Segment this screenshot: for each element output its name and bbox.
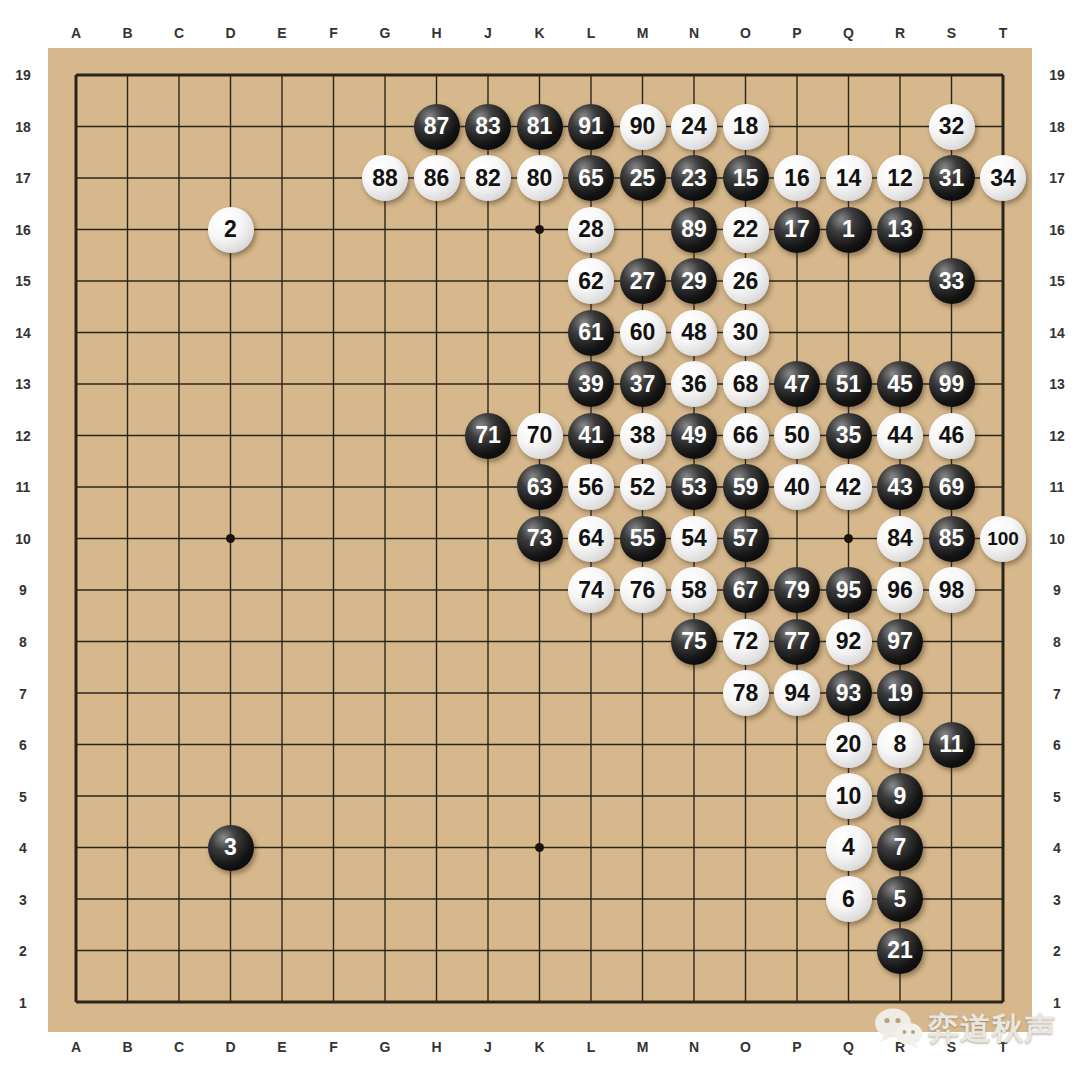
stone-N16-move-89[interactable]: 89 <box>671 207 717 253</box>
move-number: 89 <box>681 218 707 241</box>
move-number: 33 <box>939 270 965 293</box>
move-number: 57 <box>733 527 759 550</box>
col-label-J: J <box>462 1038 514 1056</box>
move-number: 18 <box>733 115 759 138</box>
move-number: 98 <box>939 579 965 602</box>
move-number: 31 <box>939 167 965 190</box>
stone-R10-move-84[interactable]: 84 <box>877 516 923 562</box>
stone-O9-move-67[interactable]: 67 <box>723 567 769 613</box>
stone-J12-move-71[interactable]: 71 <box>465 413 511 459</box>
stone-S18-move-32[interactable]: 32 <box>929 104 975 150</box>
move-number: 7 <box>894 836 907 859</box>
col-label-P: P <box>771 24 823 42</box>
stone-M14-move-60[interactable]: 60 <box>620 310 666 356</box>
col-label-R: R <box>874 24 926 42</box>
stone-R9-move-96[interactable]: 96 <box>877 567 923 613</box>
stone-M13-move-37[interactable]: 37 <box>620 361 666 407</box>
move-number: 15 <box>733 167 759 190</box>
stone-R16-move-13[interactable]: 13 <box>877 207 923 253</box>
move-number: 61 <box>578 321 604 344</box>
stone-R5-move-9[interactable]: 9 <box>877 773 923 819</box>
col-label-A: A <box>50 24 102 42</box>
move-number: 35 <box>836 424 862 447</box>
move-number: 42 <box>836 476 862 499</box>
row-label-9: 9 <box>1040 565 1074 617</box>
col-label-E: E <box>256 1038 308 1056</box>
move-number: 2 <box>224 218 237 241</box>
move-number: 81 <box>527 115 553 138</box>
move-number: 78 <box>733 682 759 705</box>
move-number: 27 <box>630 270 656 293</box>
stone-Q4-move-4[interactable]: 4 <box>826 825 872 871</box>
stone-M15-move-27[interactable]: 27 <box>620 258 666 304</box>
stone-M17-move-25[interactable]: 25 <box>620 155 666 201</box>
stone-K17-move-80[interactable]: 80 <box>517 155 563 201</box>
move-number: 54 <box>681 527 707 550</box>
stone-O13-move-68[interactable]: 68 <box>723 361 769 407</box>
move-number: 38 <box>630 424 656 447</box>
col-label-D: D <box>205 1038 257 1056</box>
row-label-10: 10 <box>6 513 40 565</box>
stone-Q7-move-93[interactable]: 93 <box>826 670 872 716</box>
move-number: 93 <box>836 682 862 705</box>
stone-S13-move-99[interactable]: 99 <box>929 361 975 407</box>
col-label-G: G <box>359 24 411 42</box>
row-label-10: 10 <box>1040 513 1074 565</box>
move-number: 14 <box>836 167 862 190</box>
stone-N13-move-36[interactable]: 36 <box>671 361 717 407</box>
row-label-11: 11 <box>6 462 40 514</box>
col-label-B: B <box>102 24 154 42</box>
stone-S6-move-11[interactable]: 11 <box>929 722 975 768</box>
move-number: 50 <box>784 424 810 447</box>
move-number: 67 <box>733 579 759 602</box>
col-label-O: O <box>720 1038 772 1056</box>
row-labels-left: 19181716151413121110987654321 <box>6 49 40 1028</box>
col-label-B: B <box>102 1038 154 1056</box>
stone-P12-move-50[interactable]: 50 <box>774 413 820 459</box>
move-number: 30 <box>733 321 759 344</box>
stone-R3-move-5[interactable]: 5 <box>877 876 923 922</box>
stone-S10-move-85[interactable]: 85 <box>929 516 975 562</box>
watermark: 弈道秋声 <box>874 1008 1056 1050</box>
move-number: 77 <box>784 630 810 653</box>
row-label-12: 12 <box>1040 410 1074 462</box>
move-number: 20 <box>836 733 862 756</box>
move-number: 21 <box>887 939 913 962</box>
move-number: 16 <box>784 167 810 190</box>
row-label-16: 16 <box>6 204 40 256</box>
move-number: 48 <box>681 321 707 344</box>
stone-N17-move-23[interactable]: 23 <box>671 155 717 201</box>
stone-K11-move-63[interactable]: 63 <box>517 464 563 510</box>
stone-N12-move-49[interactable]: 49 <box>671 413 717 459</box>
move-number: 36 <box>681 373 707 396</box>
stone-P13-move-47[interactable]: 47 <box>774 361 820 407</box>
column-labels-top: ABCDEFGHJKLMNOPQRST <box>50 24 1029 42</box>
stone-T10-move-100[interactable]: 100 <box>980 516 1026 562</box>
stone-P9-move-79[interactable]: 79 <box>774 567 820 613</box>
stone-D4-move-3[interactable]: 3 <box>208 825 254 871</box>
move-number: 1 <box>842 218 855 241</box>
move-number: 63 <box>527 476 553 499</box>
col-label-M: M <box>617 24 669 42</box>
move-number: 69 <box>939 476 965 499</box>
stone-L18-move-91[interactable]: 91 <box>568 104 614 150</box>
move-number: 92 <box>836 630 862 653</box>
move-number: 43 <box>887 476 913 499</box>
move-number: 64 <box>578 527 604 550</box>
stone-L17-move-65[interactable]: 65 <box>568 155 614 201</box>
move-number: 90 <box>630 115 656 138</box>
move-number: 39 <box>578 373 604 396</box>
move-number: 88 <box>372 167 398 190</box>
move-number: 46 <box>939 424 965 447</box>
stone-H18-move-87[interactable]: 87 <box>414 104 460 150</box>
move-number: 72 <box>733 630 759 653</box>
col-label-C: C <box>153 1038 205 1056</box>
move-number: 80 <box>527 167 553 190</box>
row-label-3: 3 <box>1040 874 1074 926</box>
stone-Q11-move-42[interactable]: 42 <box>826 464 872 510</box>
move-number: 68 <box>733 373 759 396</box>
move-number: 52 <box>630 476 656 499</box>
stone-M18-move-90[interactable]: 90 <box>620 104 666 150</box>
move-number: 73 <box>527 527 553 550</box>
row-label-7: 7 <box>6 668 40 720</box>
col-label-O: O <box>720 24 772 42</box>
stone-L12-move-41[interactable]: 41 <box>568 413 614 459</box>
move-number: 60 <box>630 321 656 344</box>
row-label-13: 13 <box>1040 359 1074 411</box>
stone-M12-move-38[interactable]: 38 <box>620 413 666 459</box>
row-label-5: 5 <box>6 771 40 823</box>
row-label-18: 18 <box>1040 101 1074 153</box>
move-number: 28 <box>578 218 604 241</box>
move-number: 9 <box>894 785 907 808</box>
stone-P11-move-40[interactable]: 40 <box>774 464 820 510</box>
row-label-13: 13 <box>6 359 40 411</box>
stone-R8-move-97[interactable]: 97 <box>877 619 923 665</box>
move-number: 74 <box>578 579 604 602</box>
col-label-C: C <box>153 24 205 42</box>
move-number: 79 <box>784 579 810 602</box>
row-label-7: 7 <box>1040 668 1074 720</box>
row-label-16: 16 <box>1040 204 1074 256</box>
move-number: 23 <box>681 167 707 190</box>
move-number: 56 <box>578 476 604 499</box>
move-number: 96 <box>887 579 913 602</box>
row-labels-right: 19181716151413121110987654321 <box>1040 49 1074 1028</box>
move-number: 99 <box>939 373 965 396</box>
move-number: 51 <box>836 373 862 396</box>
move-number: 59 <box>733 476 759 499</box>
move-number: 87 <box>424 115 450 138</box>
stone-L16-move-28[interactable]: 28 <box>568 207 614 253</box>
move-number: 53 <box>681 476 707 499</box>
move-number: 11 <box>939 733 963 756</box>
move-number: 95 <box>836 579 862 602</box>
col-label-A: A <box>50 1038 102 1056</box>
move-number: 76 <box>630 579 656 602</box>
move-number: 94 <box>784 682 810 705</box>
move-number: 5 <box>894 888 907 911</box>
move-number: 37 <box>630 373 656 396</box>
stone-Q5-move-10[interactable]: 10 <box>826 773 872 819</box>
stone-S12-move-46[interactable]: 46 <box>929 413 975 459</box>
stone-L13-move-39[interactable]: 39 <box>568 361 614 407</box>
move-number: 65 <box>578 167 604 190</box>
stone-H17-move-86[interactable]: 86 <box>414 155 460 201</box>
stone-R4-move-7[interactable]: 7 <box>877 825 923 871</box>
stone-R17-move-12[interactable]: 12 <box>877 155 923 201</box>
stone-S17-move-31[interactable]: 31 <box>929 155 975 201</box>
stone-N10-move-54[interactable]: 54 <box>671 516 717 562</box>
col-label-H: H <box>411 24 463 42</box>
move-number: 70 <box>527 424 553 447</box>
row-label-15: 15 <box>1040 255 1074 307</box>
go-board[interactable]: 1234567891011121314151617181920212223242… <box>48 48 1032 1032</box>
stone-P8-move-77[interactable]: 77 <box>774 619 820 665</box>
move-number: 71 <box>475 424 501 447</box>
col-label-M: M <box>617 1038 669 1056</box>
col-label-F: F <box>308 24 360 42</box>
stone-L15-move-62[interactable]: 62 <box>568 258 614 304</box>
move-number: 84 <box>887 527 913 550</box>
col-label-H: H <box>411 1038 463 1056</box>
move-number: 6 <box>842 888 855 911</box>
move-number: 34 <box>990 167 1016 190</box>
stone-O8-move-72[interactable]: 72 <box>723 619 769 665</box>
stone-O7-move-78[interactable]: 78 <box>723 670 769 716</box>
stone-Q6-move-20[interactable]: 20 <box>826 722 872 768</box>
watermark-text: 弈道秋声 <box>928 1008 1056 1050</box>
stone-K18-move-81[interactable]: 81 <box>517 104 563 150</box>
row-label-19: 19 <box>1040 49 1074 101</box>
move-number: 91 <box>578 115 604 138</box>
stone-O17-move-15[interactable]: 15 <box>723 155 769 201</box>
stone-Q8-move-92[interactable]: 92 <box>826 619 872 665</box>
move-number: 10 <box>836 785 862 808</box>
stone-O14-move-30[interactable]: 30 <box>723 310 769 356</box>
move-number: 24 <box>681 115 707 138</box>
stone-N14-move-48[interactable]: 48 <box>671 310 717 356</box>
move-number: 41 <box>578 424 604 447</box>
stone-Q16-move-1[interactable]: 1 <box>826 207 872 253</box>
stone-L14-move-61[interactable]: 61 <box>568 310 614 356</box>
row-label-4: 4 <box>6 822 40 874</box>
col-label-Q: Q <box>823 1038 875 1056</box>
stone-R6-move-8[interactable]: 8 <box>877 722 923 768</box>
stone-R13-move-45[interactable]: 45 <box>877 361 923 407</box>
move-number: 25 <box>630 167 656 190</box>
stone-S15-move-33[interactable]: 33 <box>929 258 975 304</box>
move-number: 58 <box>681 579 707 602</box>
col-label-S: S <box>926 24 978 42</box>
stone-T17-move-34[interactable]: 34 <box>980 155 1026 201</box>
move-number: 40 <box>784 476 810 499</box>
stone-M11-move-52[interactable]: 52 <box>620 464 666 510</box>
stone-R11-move-43[interactable]: 43 <box>877 464 923 510</box>
col-label-L: L <box>565 24 617 42</box>
stone-Q17-move-14[interactable]: 14 <box>826 155 872 201</box>
col-label-K: K <box>514 24 566 42</box>
stone-J17-move-82[interactable]: 82 <box>465 155 511 201</box>
move-number: 12 <box>887 167 913 190</box>
row-label-12: 12 <box>6 410 40 462</box>
move-number: 82 <box>475 167 501 190</box>
stone-L9-move-74[interactable]: 74 <box>568 567 614 613</box>
col-label-J: J <box>462 24 514 42</box>
row-label-2: 2 <box>1040 926 1074 978</box>
col-label-E: E <box>256 24 308 42</box>
row-label-17: 17 <box>1040 152 1074 204</box>
move-number: 32 <box>939 115 965 138</box>
move-number: 22 <box>733 218 759 241</box>
move-number: 26 <box>733 270 759 293</box>
stone-O10-move-57[interactable]: 57 <box>723 516 769 562</box>
row-label-11: 11 <box>1040 462 1074 514</box>
move-number: 49 <box>681 424 707 447</box>
col-label-T: T <box>977 24 1029 42</box>
row-label-14: 14 <box>1040 307 1074 359</box>
row-label-4: 4 <box>1040 822 1074 874</box>
col-label-N: N <box>668 1038 720 1056</box>
stone-P7-move-94[interactable]: 94 <box>774 670 820 716</box>
stone-R12-move-44[interactable]: 44 <box>877 413 923 459</box>
stone-R2-move-21[interactable]: 21 <box>877 928 923 974</box>
move-number: 47 <box>784 373 810 396</box>
stone-D16-move-2[interactable]: 2 <box>208 207 254 253</box>
col-label-P: P <box>771 1038 823 1056</box>
row-label-3: 3 <box>6 874 40 926</box>
row-label-14: 14 <box>6 307 40 359</box>
stone-S11-move-69[interactable]: 69 <box>929 464 975 510</box>
row-label-18: 18 <box>6 101 40 153</box>
stone-L10-move-64[interactable]: 64 <box>568 516 614 562</box>
stone-O16-move-22[interactable]: 22 <box>723 207 769 253</box>
stone-Q9-move-95[interactable]: 95 <box>826 567 872 613</box>
move-number: 8 <box>894 733 907 756</box>
move-number: 97 <box>887 630 913 653</box>
col-label-F: F <box>308 1038 360 1056</box>
go-diagram-page: ABCDEFGHJKLMNOPQRST ABCDEFGHJKLMNOPQRST … <box>0 0 1080 1080</box>
col-label-D: D <box>205 24 257 42</box>
row-label-17: 17 <box>6 152 40 204</box>
col-label-Q: Q <box>823 24 875 42</box>
stone-L11-move-56[interactable]: 56 <box>568 464 614 510</box>
stone-S9-move-98[interactable]: 98 <box>929 567 975 613</box>
row-label-9: 9 <box>6 565 40 617</box>
move-number: 75 <box>681 630 707 653</box>
stone-N15-move-29[interactable]: 29 <box>671 258 717 304</box>
move-number: 3 <box>224 836 237 859</box>
stone-O18-move-18[interactable]: 18 <box>723 104 769 150</box>
move-number: 44 <box>887 424 913 447</box>
move-number: 17 <box>784 218 810 241</box>
stone-P16-move-17[interactable]: 17 <box>774 207 820 253</box>
row-label-6: 6 <box>6 719 40 771</box>
stones-layer: 1234567891011121314151617181920212223242… <box>50 49 1029 1028</box>
row-label-8: 8 <box>6 616 40 668</box>
move-number: 45 <box>887 373 913 396</box>
stone-M9-move-76[interactable]: 76 <box>620 567 666 613</box>
move-number: 29 <box>681 270 707 293</box>
stone-K10-move-73[interactable]: 73 <box>517 516 563 562</box>
row-label-1: 1 <box>6 977 40 1029</box>
stone-R7-move-19[interactable]: 19 <box>877 670 923 716</box>
row-label-8: 8 <box>1040 616 1074 668</box>
stone-O12-move-66[interactable]: 66 <box>723 413 769 459</box>
row-label-19: 19 <box>6 49 40 101</box>
stone-O11-move-59[interactable]: 59 <box>723 464 769 510</box>
stone-M10-move-55[interactable]: 55 <box>620 516 666 562</box>
move-number: 66 <box>733 424 759 447</box>
move-number: 86 <box>424 167 450 190</box>
stone-N11-move-53[interactable]: 53 <box>671 464 717 510</box>
move-number: 62 <box>578 270 604 293</box>
stone-K12-move-70[interactable]: 70 <box>517 413 563 459</box>
stone-Q3-move-6[interactable]: 6 <box>826 876 872 922</box>
wechat-icon <box>874 1008 924 1050</box>
stone-Q12-move-35[interactable]: 35 <box>826 413 872 459</box>
move-number: 19 <box>887 682 913 705</box>
col-label-K: K <box>514 1038 566 1056</box>
move-number: 85 <box>939 527 965 550</box>
col-label-N: N <box>668 24 720 42</box>
row-label-15: 15 <box>6 255 40 307</box>
move-number: 83 <box>475 115 501 138</box>
col-label-G: G <box>359 1038 411 1056</box>
move-number: 55 <box>630 527 656 550</box>
stone-Q13-move-51[interactable]: 51 <box>826 361 872 407</box>
move-number: 100 <box>987 529 1019 548</box>
move-number: 13 <box>887 218 913 241</box>
stone-N8-move-75[interactable]: 75 <box>671 619 717 665</box>
row-label-6: 6 <box>1040 719 1074 771</box>
stone-G17-move-88[interactable]: 88 <box>362 155 408 201</box>
row-label-5: 5 <box>1040 771 1074 823</box>
stone-N9-move-58[interactable]: 58 <box>671 567 717 613</box>
stone-P17-move-16[interactable]: 16 <box>774 155 820 201</box>
stone-J18-move-83[interactable]: 83 <box>465 104 511 150</box>
stone-N18-move-24[interactable]: 24 <box>671 104 717 150</box>
col-label-L: L <box>565 1038 617 1056</box>
stone-O15-move-26[interactable]: 26 <box>723 258 769 304</box>
move-number: 4 <box>842 836 855 859</box>
row-label-2: 2 <box>6 926 40 978</box>
